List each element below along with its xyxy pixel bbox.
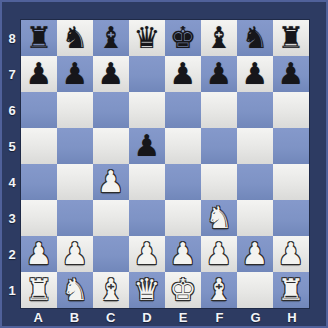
- square-g4[interactable]: [237, 164, 273, 200]
- piece-black-bishop[interactable]: ♝: [206, 20, 233, 56]
- piece-black-pawn[interactable]: ♟: [242, 56, 269, 92]
- square-e1[interactable]: ♚: [165, 272, 201, 308]
- square-d7[interactable]: [129, 56, 165, 92]
- square-h8[interactable]: ♜: [273, 20, 309, 56]
- square-a2[interactable]: ♟: [21, 236, 57, 272]
- square-b6[interactable]: [57, 92, 93, 128]
- rank-label-6: 6: [2, 92, 20, 128]
- square-d2[interactable]: ♟: [129, 236, 165, 272]
- piece-black-rook[interactable]: ♜: [26, 20, 53, 56]
- piece-white-pawn[interactable]: ♟: [278, 236, 305, 272]
- piece-white-pawn[interactable]: ♟: [170, 236, 197, 272]
- square-a6[interactable]: [21, 92, 57, 128]
- square-f7[interactable]: ♟: [201, 56, 237, 92]
- file-label-h: H: [274, 308, 310, 326]
- piece-white-pawn[interactable]: ♟: [62, 236, 89, 272]
- square-a3[interactable]: [21, 200, 57, 236]
- piece-black-pawn[interactable]: ♟: [134, 128, 161, 164]
- file-label-b: B: [56, 308, 92, 326]
- square-d5[interactable]: ♟: [129, 128, 165, 164]
- square-h6[interactable]: [273, 92, 309, 128]
- square-c3[interactable]: [93, 200, 129, 236]
- square-h3[interactable]: [273, 200, 309, 236]
- square-d8[interactable]: ♛: [129, 20, 165, 56]
- square-a5[interactable]: [21, 128, 57, 164]
- square-e4[interactable]: [165, 164, 201, 200]
- square-e8[interactable]: ♚: [165, 20, 201, 56]
- file-labels: ABCDEFGH: [20, 308, 310, 326]
- piece-white-rook[interactable]: ♜: [26, 272, 53, 308]
- square-f1[interactable]: ♝: [201, 272, 237, 308]
- square-b5[interactable]: [57, 128, 93, 164]
- file-label-c: C: [93, 308, 129, 326]
- square-f3[interactable]: ♞: [201, 200, 237, 236]
- piece-black-pawn[interactable]: ♟: [170, 56, 197, 92]
- square-h1[interactable]: ♜: [273, 272, 309, 308]
- square-h7[interactable]: ♟: [273, 56, 309, 92]
- square-e6[interactable]: [165, 92, 201, 128]
- piece-white-king[interactable]: ♚: [170, 272, 197, 308]
- rank-label-2: 2: [2, 236, 20, 272]
- square-b4[interactable]: [57, 164, 93, 200]
- piece-white-bishop[interactable]: ♝: [206, 272, 233, 308]
- piece-white-pawn[interactable]: ♟: [134, 236, 161, 272]
- square-g3[interactable]: [237, 200, 273, 236]
- square-g2[interactable]: ♟: [237, 236, 273, 272]
- piece-black-pawn[interactable]: ♟: [26, 56, 53, 92]
- rank-label-8: 8: [2, 20, 20, 56]
- square-c6[interactable]: [93, 92, 129, 128]
- square-a4[interactable]: [21, 164, 57, 200]
- piece-black-pawn[interactable]: ♟: [278, 56, 305, 92]
- square-c2[interactable]: [93, 236, 129, 272]
- piece-white-bishop[interactable]: ♝: [98, 272, 125, 308]
- square-b8[interactable]: ♞: [57, 20, 93, 56]
- square-f6[interactable]: [201, 92, 237, 128]
- piece-black-queen[interactable]: ♛: [134, 20, 161, 56]
- square-a7[interactable]: ♟: [21, 56, 57, 92]
- file-label-g: G: [238, 308, 274, 326]
- square-g7[interactable]: ♟: [237, 56, 273, 92]
- square-h4[interactable]: [273, 164, 309, 200]
- piece-white-pawn[interactable]: ♟: [242, 236, 269, 272]
- square-b7[interactable]: ♟: [57, 56, 93, 92]
- piece-white-pawn[interactable]: ♟: [206, 236, 233, 272]
- square-f5[interactable]: [201, 128, 237, 164]
- piece-white-knight[interactable]: ♞: [62, 272, 89, 308]
- square-b2[interactable]: ♟: [57, 236, 93, 272]
- square-c7[interactable]: ♟: [93, 56, 129, 92]
- square-f2[interactable]: ♟: [201, 236, 237, 272]
- piece-black-pawn[interactable]: ♟: [62, 56, 89, 92]
- square-a1[interactable]: ♜: [21, 272, 57, 308]
- piece-white-queen[interactable]: ♛: [134, 272, 161, 308]
- file-label-f: F: [201, 308, 237, 326]
- square-b3[interactable]: [57, 200, 93, 236]
- square-c4[interactable]: ♟: [93, 164, 129, 200]
- square-g8[interactable]: ♞: [237, 20, 273, 56]
- piece-white-knight[interactable]: ♞: [206, 200, 233, 236]
- square-e2[interactable]: ♟: [165, 236, 201, 272]
- square-d3[interactable]: [129, 200, 165, 236]
- square-c5[interactable]: [93, 128, 129, 164]
- square-e7[interactable]: ♟: [165, 56, 201, 92]
- square-d1[interactable]: ♛: [129, 272, 165, 308]
- piece-black-bishop[interactable]: ♝: [98, 20, 125, 56]
- square-g1[interactable]: [237, 272, 273, 308]
- piece-black-king[interactable]: ♚: [170, 20, 197, 56]
- piece-white-pawn[interactable]: ♟: [98, 164, 125, 200]
- piece-white-pawn[interactable]: ♟: [26, 236, 53, 272]
- rank-label-5: 5: [2, 128, 20, 164]
- square-e5[interactable]: [165, 128, 201, 164]
- file-label-d: D: [129, 308, 165, 326]
- rank-labels: 87654321: [2, 20, 20, 308]
- square-a8[interactable]: ♜: [21, 20, 57, 56]
- piece-black-knight[interactable]: ♞: [62, 20, 89, 56]
- piece-black-pawn[interactable]: ♟: [98, 56, 125, 92]
- piece-black-rook[interactable]: ♜: [278, 20, 305, 56]
- chess-board-frame: 87654321 ♜♞♝♛♚♝♞♜♟♟♟♟♟♟♟♟♟♞♟♟♟♟♟♟♟♜♞♝♛♚♝…: [0, 0, 328, 328]
- square-c1[interactable]: ♝: [93, 272, 129, 308]
- piece-black-knight[interactable]: ♞: [242, 20, 269, 56]
- rank-label-7: 7: [2, 56, 20, 92]
- file-label-e: E: [165, 308, 201, 326]
- chess-board[interactable]: ♜♞♝♛♚♝♞♜♟♟♟♟♟♟♟♟♟♞♟♟♟♟♟♟♟♜♞♝♛♚♝♜: [20, 19, 310, 309]
- square-e3[interactable]: [165, 200, 201, 236]
- rank-label-1: 1: [2, 272, 20, 308]
- square-h5[interactable]: [273, 128, 309, 164]
- square-h2[interactable]: ♟: [273, 236, 309, 272]
- square-d4[interactable]: [129, 164, 165, 200]
- piece-white-rook[interactable]: ♜: [278, 272, 305, 308]
- square-b1[interactable]: ♞: [57, 272, 93, 308]
- square-c8[interactable]: ♝: [93, 20, 129, 56]
- file-label-a: A: [20, 308, 56, 326]
- square-g6[interactable]: [237, 92, 273, 128]
- square-f4[interactable]: [201, 164, 237, 200]
- rank-label-4: 4: [2, 164, 20, 200]
- rank-label-3: 3: [2, 200, 20, 236]
- square-d6[interactable]: [129, 92, 165, 128]
- square-g5[interactable]: [237, 128, 273, 164]
- piece-black-pawn[interactable]: ♟: [206, 56, 233, 92]
- square-f8[interactable]: ♝: [201, 20, 237, 56]
